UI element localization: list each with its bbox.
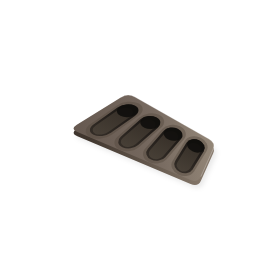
product-photo-canvas bbox=[0, 0, 280, 280]
baking-mold-illustration bbox=[0, 0, 280, 280]
